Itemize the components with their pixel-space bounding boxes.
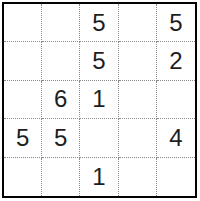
cell-clue-r4c1: 5 (4, 119, 42, 157)
cell-empty-r3c1[interactable] (4, 81, 42, 119)
cell-empty-r4c4[interactable] (119, 119, 157, 157)
cell-clue-r5c3: 1 (80, 158, 118, 196)
cell-clue-r1c3: 5 (80, 4, 118, 42)
cell-empty-r1c4[interactable] (119, 4, 157, 42)
cell-empty-r1c2[interactable] (42, 4, 80, 42)
cell-empty-r4c3[interactable] (80, 119, 118, 157)
puzzle-board: 5552615541 (2, 2, 197, 198)
cell-clue-r4c2: 5 (42, 119, 80, 157)
cell-clue-r3c2: 6 (42, 81, 80, 119)
cell-empty-r3c5[interactable] (157, 81, 195, 119)
cell-empty-r5c5[interactable] (157, 158, 195, 196)
cell-clue-r1c5: 5 (157, 4, 195, 42)
cell-empty-r5c4[interactable] (119, 158, 157, 196)
cell-empty-r2c4[interactable] (119, 42, 157, 80)
cell-clue-r3c3: 1 (80, 81, 118, 119)
cell-clue-r2c3: 5 (80, 42, 118, 80)
cell-clue-r2c5: 2 (157, 42, 195, 80)
cell-empty-r3c4[interactable] (119, 81, 157, 119)
cell-clue-r4c5: 4 (157, 119, 195, 157)
cell-empty-r5c2[interactable] (42, 158, 80, 196)
cell-empty-r1c1[interactable] (4, 4, 42, 42)
cell-empty-r2c1[interactable] (4, 42, 42, 80)
cell-empty-r2c2[interactable] (42, 42, 80, 80)
cell-empty-r5c1[interactable] (4, 158, 42, 196)
